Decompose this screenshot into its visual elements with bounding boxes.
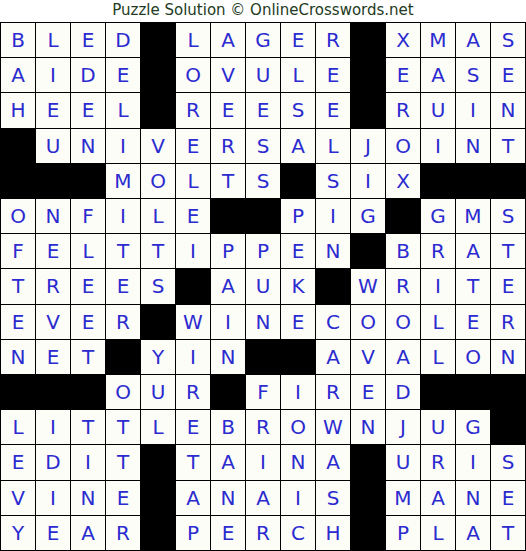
cell-letter: S: [502, 206, 515, 226]
letter-cell: R: [106, 305, 140, 339]
cell-letter: L: [152, 206, 163, 226]
letter-cell: P: [246, 234, 280, 268]
cell-letter: E: [292, 312, 305, 332]
letter-cell: T: [141, 234, 175, 268]
letter-cell: E: [316, 93, 350, 127]
black-cell: [421, 164, 455, 198]
cell-letter: E: [47, 241, 60, 261]
black-cell: [456, 164, 490, 198]
cell-letter: U: [46, 136, 61, 156]
letter-cell: E: [1, 305, 35, 339]
cell-letter: O: [465, 347, 481, 367]
letter-cell: R: [106, 516, 140, 550]
letter-cell: X: [386, 164, 420, 198]
cell-letter: S: [152, 276, 165, 296]
letter-cell: I: [176, 234, 210, 268]
cell-letter: I: [190, 241, 196, 261]
cell-letter: T: [222, 171, 234, 191]
cell-letter: V: [221, 65, 235, 85]
letter-cell: T: [491, 516, 525, 550]
cell-letter: O: [395, 136, 411, 156]
cell-letter: H: [325, 523, 340, 543]
letter-cell: E: [36, 234, 70, 268]
letter-cell: T: [211, 164, 245, 198]
letter-cell: A: [1, 58, 35, 92]
black-cell: [71, 375, 105, 409]
letter-cell: O: [106, 375, 140, 409]
black-cell: [176, 269, 210, 303]
letter-cell: E: [281, 23, 315, 57]
crossword-grid: BLEDLAGERXMASAIDEOVULEEASEHEELREESERUINU…: [0, 22, 526, 551]
letter-cell: S: [491, 23, 525, 57]
letter-cell: L: [36, 23, 70, 57]
black-cell: [351, 23, 385, 57]
cell-letter: L: [432, 523, 443, 543]
cell-letter: W: [183, 312, 203, 332]
cell-letter: I: [435, 136, 441, 156]
letter-cell: A: [176, 481, 210, 515]
letter-cell: A: [211, 445, 245, 479]
cell-letter: G: [430, 206, 446, 226]
cell-letter: I: [50, 488, 56, 508]
cell-letter: R: [116, 523, 130, 543]
letter-cell: E: [36, 340, 70, 374]
letter-cell: R: [211, 129, 245, 163]
cell-letter: L: [432, 312, 443, 332]
letter-cell: A: [211, 23, 245, 57]
cell-letter: N: [81, 488, 96, 508]
letter-cell: F: [246, 375, 280, 409]
cell-letter: A: [431, 65, 445, 85]
cell-letter: D: [115, 30, 130, 50]
cell-letter: X: [396, 30, 410, 50]
letter-cell: V: [141, 129, 175, 163]
letter-cell: A: [456, 234, 490, 268]
black-cell: [351, 516, 385, 550]
letter-cell: B: [386, 234, 420, 268]
letter-cell: R: [246, 516, 280, 550]
letter-cell: F: [1, 234, 35, 268]
cell-letter: E: [362, 382, 375, 402]
letter-cell: R: [491, 305, 525, 339]
letter-cell: U: [421, 93, 455, 127]
cell-letter: O: [150, 171, 166, 191]
letter-cell: N: [491, 93, 525, 127]
letter-cell: E: [71, 305, 105, 339]
letter-cell: I: [106, 129, 140, 163]
letter-cell: D: [71, 58, 105, 92]
letter-cell: O: [1, 199, 35, 233]
cell-letter: R: [431, 452, 445, 472]
cell-letter: L: [47, 30, 58, 50]
letter-cell: U: [246, 58, 280, 92]
letter-cell: N: [351, 410, 385, 444]
letter-cell: D: [36, 445, 70, 479]
letter-cell: M: [386, 481, 420, 515]
black-cell: [421, 375, 455, 409]
cell-letter: A: [221, 276, 235, 296]
letter-cell: I: [281, 375, 315, 409]
cell-letter: I: [295, 488, 301, 508]
cell-letter: L: [82, 241, 93, 261]
cell-letter: E: [502, 276, 515, 296]
letter-cell: V: [211, 58, 245, 92]
cell-letter: C: [291, 523, 305, 543]
letter-cell: E: [281, 234, 315, 268]
cell-letter: O: [395, 312, 411, 332]
letter-cell: T: [456, 269, 490, 303]
cell-letter: T: [117, 417, 129, 437]
cell-letter: A: [256, 488, 270, 508]
cell-letter: G: [255, 30, 271, 50]
cell-letter: P: [222, 241, 234, 261]
cell-letter: I: [365, 171, 371, 191]
letter-cell: E: [71, 93, 105, 127]
cell-letter: S: [502, 452, 515, 472]
letter-cell: E: [1, 445, 35, 479]
cell-letter: R: [221, 136, 235, 156]
letter-cell: R: [316, 375, 350, 409]
letter-cell: D: [386, 375, 420, 409]
letter-cell: C: [316, 305, 350, 339]
cell-letter: D: [45, 452, 60, 472]
cell-letter: X: [396, 171, 410, 191]
cell-letter: N: [221, 488, 236, 508]
letter-cell: R: [176, 375, 210, 409]
cell-letter: I: [470, 100, 476, 120]
cell-letter: N: [326, 241, 341, 261]
cell-letter: V: [46, 312, 60, 332]
letter-cell: O: [386, 129, 420, 163]
letter-cell: N: [316, 234, 350, 268]
letter-cell: T: [106, 445, 140, 479]
letter-cell: F: [71, 199, 105, 233]
letter-cell: P: [176, 516, 210, 550]
letter-cell: G: [456, 410, 490, 444]
cell-letter: P: [397, 523, 409, 543]
cell-letter: F: [257, 382, 269, 402]
cell-letter: P: [257, 241, 269, 261]
letter-cell: V: [1, 481, 35, 515]
letter-cell: K: [281, 269, 315, 303]
cell-letter: I: [120, 136, 126, 156]
cell-letter: L: [187, 30, 198, 50]
black-cell: [211, 375, 245, 409]
letter-cell: N: [1, 340, 35, 374]
cell-letter: Y: [12, 523, 24, 543]
black-cell: [386, 199, 420, 233]
cell-letter: R: [501, 312, 515, 332]
cell-letter: N: [256, 312, 271, 332]
cell-letter: T: [502, 136, 514, 156]
cell-letter: N: [361, 417, 376, 437]
letter-cell: W: [316, 410, 350, 444]
letter-cell: L: [141, 199, 175, 233]
letter-cell: N: [456, 129, 490, 163]
cell-letter: E: [12, 312, 25, 332]
cell-letter: N: [291, 452, 306, 472]
cell-letter: E: [117, 65, 130, 85]
letter-cell: A: [211, 269, 245, 303]
cell-letter: R: [186, 100, 200, 120]
cell-letter: A: [431, 488, 445, 508]
letter-cell: N: [491, 340, 525, 374]
cell-letter: L: [117, 100, 128, 120]
black-cell: [141, 305, 175, 339]
cell-letter: P: [292, 206, 304, 226]
cell-letter: E: [222, 523, 235, 543]
black-cell: [246, 340, 280, 374]
cell-letter: A: [221, 30, 235, 50]
puzzle-solution-page: Puzzle Solution © OnlineCrosswords.net B…: [0, 0, 526, 551]
letter-cell: E: [106, 58, 140, 92]
black-cell: [141, 445, 175, 479]
letter-cell: Y: [141, 340, 175, 374]
cell-letter: U: [151, 382, 166, 402]
letter-cell: N: [71, 481, 105, 515]
cell-letter: E: [292, 241, 305, 261]
letter-cell: E: [491, 481, 525, 515]
cell-letter: I: [85, 452, 91, 472]
cell-letter: N: [466, 136, 481, 156]
cell-letter: I: [435, 276, 441, 296]
black-cell: [141, 516, 175, 550]
cell-letter: E: [47, 347, 60, 367]
cell-letter: U: [431, 417, 446, 437]
black-cell: [281, 340, 315, 374]
cell-letter: N: [221, 347, 236, 367]
letter-cell: E: [176, 199, 210, 233]
cell-letter: L: [12, 417, 23, 437]
letter-cell: P: [281, 199, 315, 233]
black-cell: [491, 410, 525, 444]
cell-letter: A: [186, 488, 200, 508]
letter-cell: E: [71, 23, 105, 57]
letter-cell: A: [281, 129, 315, 163]
cell-letter: E: [82, 312, 95, 332]
letter-cell: S: [281, 93, 315, 127]
cell-letter: R: [46, 276, 60, 296]
letter-cell: W: [351, 269, 385, 303]
letter-cell: I: [211, 305, 245, 339]
cell-letter: T: [502, 241, 514, 261]
cell-letter: T: [117, 241, 129, 261]
letter-cell: I: [456, 93, 490, 127]
letter-cell: R: [421, 445, 455, 479]
cell-letter: V: [151, 136, 165, 156]
cell-letter: M: [394, 488, 411, 508]
black-cell: [491, 164, 525, 198]
letter-cell: L: [141, 410, 175, 444]
letter-cell: B: [1, 23, 35, 57]
cell-letter: T: [467, 276, 479, 296]
cell-letter: K: [291, 276, 304, 296]
black-cell: [1, 375, 35, 409]
letter-cell: R: [176, 93, 210, 127]
cell-letter: L: [187, 171, 198, 191]
letter-cell: L: [176, 23, 210, 57]
cell-letter: M: [429, 30, 446, 50]
cell-letter: R: [431, 241, 445, 261]
cell-letter: S: [327, 171, 340, 191]
black-cell: [106, 340, 140, 374]
letter-cell: E: [106, 481, 140, 515]
cell-letter: R: [326, 30, 340, 50]
cell-letter: N: [466, 488, 481, 508]
letter-cell: V: [36, 305, 70, 339]
letter-cell: R: [421, 234, 455, 268]
letter-cell: I: [351, 164, 385, 198]
black-cell: [491, 375, 525, 409]
cell-letter: S: [502, 30, 515, 50]
letter-cell: A: [316, 445, 350, 479]
black-cell: [141, 481, 175, 515]
cell-letter: S: [467, 65, 480, 85]
letter-cell: N: [246, 305, 280, 339]
letter-cell: T: [71, 340, 105, 374]
letter-cell: N: [36, 199, 70, 233]
cell-letter: A: [81, 523, 95, 543]
letter-cell: E: [491, 269, 525, 303]
black-cell: [316, 269, 350, 303]
black-cell: [36, 375, 70, 409]
letter-cell: S: [316, 164, 350, 198]
cell-letter: P: [187, 523, 199, 543]
cell-letter: E: [292, 30, 305, 50]
letter-cell: I: [36, 410, 70, 444]
letter-cell: E: [246, 93, 280, 127]
cell-letter: E: [117, 488, 130, 508]
cell-letter: T: [187, 452, 199, 472]
letter-cell: H: [316, 516, 350, 550]
cell-letter: I: [470, 452, 476, 472]
cell-letter: A: [466, 523, 480, 543]
cell-letter: D: [80, 65, 95, 85]
black-cell: [351, 58, 385, 92]
cell-letter: M: [464, 206, 481, 226]
letter-cell: L: [421, 516, 455, 550]
black-cell: [141, 93, 175, 127]
letter-cell: U: [141, 375, 175, 409]
letter-cell: L: [71, 234, 105, 268]
cell-letter: E: [327, 65, 340, 85]
letter-cell: T: [71, 410, 105, 444]
letter-cell: T: [106, 234, 140, 268]
cell-letter: N: [11, 347, 26, 367]
letter-cell: A: [421, 58, 455, 92]
cell-letter: I: [50, 65, 56, 85]
cell-letter: T: [82, 417, 94, 437]
cell-letter: E: [467, 312, 480, 332]
cell-letter: A: [466, 241, 480, 261]
letter-cell: L: [421, 340, 455, 374]
letter-cell: P: [211, 234, 245, 268]
letter-cell: L: [176, 164, 210, 198]
cell-letter: R: [256, 417, 270, 437]
cell-letter: E: [502, 488, 515, 508]
cell-letter: B: [11, 30, 25, 50]
letter-cell: G: [246, 23, 280, 57]
letter-cell: U: [246, 269, 280, 303]
cell-letter: I: [330, 206, 336, 226]
cell-letter: U: [256, 276, 271, 296]
letter-cell: H: [1, 93, 35, 127]
letter-cell: A: [456, 23, 490, 57]
letter-cell: N: [456, 481, 490, 515]
cell-letter: E: [187, 206, 200, 226]
cell-letter: C: [326, 312, 340, 332]
letter-cell: S: [491, 199, 525, 233]
letter-cell: T: [491, 234, 525, 268]
cell-letter: E: [47, 100, 60, 120]
letter-cell: I: [421, 269, 455, 303]
letter-cell: C: [281, 516, 315, 550]
letter-cell: E: [36, 516, 70, 550]
cell-letter: T: [12, 276, 24, 296]
cell-letter: N: [46, 206, 61, 226]
cell-letter: E: [47, 523, 60, 543]
cell-letter: E: [502, 65, 515, 85]
cell-letter: S: [257, 136, 270, 156]
cell-letter: S: [292, 100, 305, 120]
letter-cell: M: [421, 23, 455, 57]
cell-letter: J: [400, 417, 406, 437]
letter-cell: Y: [1, 516, 35, 550]
letter-cell: A: [246, 481, 280, 515]
cell-letter: A: [291, 136, 305, 156]
letter-cell: U: [386, 445, 420, 479]
cell-letter: B: [396, 241, 410, 261]
letter-cell: E: [211, 93, 245, 127]
letter-cell: E: [456, 305, 490, 339]
cell-letter: E: [222, 100, 235, 120]
letter-cell: L: [281, 58, 315, 92]
cell-letter: T: [117, 452, 129, 472]
cell-letter: G: [360, 206, 376, 226]
letter-cell: S: [456, 58, 490, 92]
letter-cell: I: [281, 481, 315, 515]
cell-letter: O: [185, 65, 201, 85]
letter-cell: R: [246, 410, 280, 444]
letter-cell: I: [421, 129, 455, 163]
letter-cell: A: [386, 340, 420, 374]
cell-letter: V: [11, 488, 25, 508]
cell-letter: Y: [152, 347, 164, 367]
letter-cell: G: [351, 199, 385, 233]
black-cell: [246, 199, 280, 233]
cell-letter: D: [395, 382, 410, 402]
letter-cell: U: [36, 129, 70, 163]
letter-cell: N: [281, 445, 315, 479]
cell-letter: E: [327, 100, 340, 120]
cell-letter: T: [82, 347, 94, 367]
letter-cell: E: [281, 305, 315, 339]
cell-letter: F: [12, 241, 24, 261]
black-cell: [36, 164, 70, 198]
letter-cell: G: [421, 199, 455, 233]
cell-letter: A: [221, 452, 235, 472]
cell-letter: E: [82, 30, 95, 50]
black-cell: [351, 93, 385, 127]
cell-letter: O: [115, 382, 131, 402]
cell-letter: I: [190, 347, 196, 367]
cell-letter: J: [365, 136, 371, 156]
letter-cell: E: [316, 58, 350, 92]
cell-letter: B: [221, 417, 235, 437]
cell-letter: O: [360, 312, 376, 332]
black-cell: [456, 375, 490, 409]
letter-cell: E: [491, 58, 525, 92]
